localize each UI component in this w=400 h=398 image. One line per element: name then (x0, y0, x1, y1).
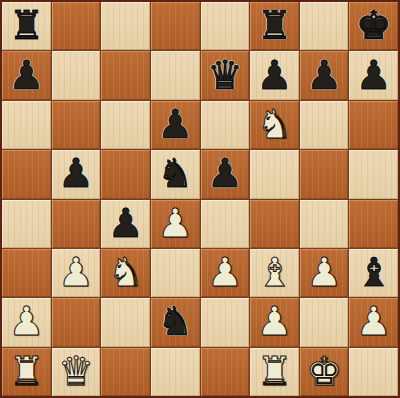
square-h5[interactable] (349, 150, 398, 198)
square-e5[interactable]: ♟ (201, 150, 250, 198)
square-e1[interactable] (201, 348, 250, 396)
square-f2[interactable]: ♟ (250, 298, 299, 346)
square-d7[interactable] (151, 51, 200, 99)
square-e7[interactable]: ♛ (201, 51, 250, 99)
piece-black-rook: ♜ (8, 5, 44, 45)
square-f1[interactable]: ♜ (250, 348, 299, 396)
square-c7[interactable] (101, 51, 150, 99)
square-b3[interactable]: ♟ (52, 249, 101, 297)
square-h6[interactable] (349, 101, 398, 149)
square-h8[interactable]: ♚ (349, 2, 398, 50)
square-f5[interactable] (250, 150, 299, 198)
piece-black-pawn: ♟ (257, 55, 293, 95)
square-c6[interactable] (101, 101, 150, 149)
square-c2[interactable] (101, 298, 150, 346)
square-h4[interactable] (349, 200, 398, 248)
square-g5[interactable] (300, 150, 349, 198)
square-d8[interactable] (151, 2, 200, 50)
piece-white-rook: ♜ (8, 351, 44, 391)
square-b8[interactable] (52, 2, 101, 50)
square-h2[interactable]: ♟ (349, 298, 398, 346)
piece-white-bishop: ♝ (257, 252, 293, 292)
piece-white-pawn: ♟ (207, 252, 243, 292)
square-b4[interactable] (52, 200, 101, 248)
square-g8[interactable] (300, 2, 349, 50)
square-e8[interactable] (201, 2, 250, 50)
piece-black-bishop: ♝ (356, 252, 392, 292)
square-d6[interactable]: ♟ (151, 101, 200, 149)
square-c4[interactable]: ♟ (101, 200, 150, 248)
square-d5[interactable]: ♞ (151, 150, 200, 198)
piece-white-knight: ♞ (257, 104, 293, 144)
chess-board: ♜♜♚♟♛♟♟♟♟♞♟♞♟♟♟♟♞♟♝♟♝♟♞♟♟♜♛♜♚ (2, 2, 398, 396)
piece-white-pawn: ♟ (306, 252, 342, 292)
piece-white-pawn: ♟ (157, 203, 193, 243)
square-a4[interactable] (2, 200, 51, 248)
piece-black-pawn: ♟ (207, 153, 243, 193)
piece-black-pawn: ♟ (306, 55, 342, 95)
square-a8[interactable]: ♜ (2, 2, 51, 50)
square-g2[interactable] (300, 298, 349, 346)
piece-black-knight: ♞ (157, 301, 193, 341)
piece-black-knight: ♞ (157, 153, 193, 193)
square-b2[interactable] (52, 298, 101, 346)
piece-white-rook: ♜ (257, 351, 293, 391)
square-f3[interactable]: ♝ (250, 249, 299, 297)
square-d3[interactable] (151, 249, 200, 297)
square-e4[interactable] (201, 200, 250, 248)
piece-black-rook: ♜ (257, 5, 293, 45)
square-e6[interactable] (201, 101, 250, 149)
piece-white-pawn: ♟ (257, 301, 293, 341)
square-f8[interactable]: ♜ (250, 2, 299, 50)
square-a2[interactable]: ♟ (2, 298, 51, 346)
piece-black-queen: ♛ (207, 55, 243, 95)
piece-black-pawn: ♟ (8, 55, 44, 95)
piece-white-queen: ♛ (58, 351, 94, 391)
square-f4[interactable] (250, 200, 299, 248)
square-f6[interactable]: ♞ (250, 101, 299, 149)
piece-black-pawn: ♟ (356, 55, 392, 95)
square-g4[interactable] (300, 200, 349, 248)
piece-black-pawn: ♟ (157, 104, 193, 144)
piece-white-pawn: ♟ (58, 252, 94, 292)
square-b5[interactable]: ♟ (52, 150, 101, 198)
piece-white-pawn: ♟ (8, 301, 44, 341)
square-g3[interactable]: ♟ (300, 249, 349, 297)
square-h1[interactable] (349, 348, 398, 396)
square-a5[interactable] (2, 150, 51, 198)
square-a1[interactable]: ♜ (2, 348, 51, 396)
square-b7[interactable] (52, 51, 101, 99)
piece-black-king: ♚ (356, 5, 392, 45)
square-d1[interactable] (151, 348, 200, 396)
square-g1[interactable]: ♚ (300, 348, 349, 396)
square-a6[interactable] (2, 101, 51, 149)
square-c8[interactable] (101, 2, 150, 50)
square-h3[interactable]: ♝ (349, 249, 398, 297)
square-g7[interactable]: ♟ (300, 51, 349, 99)
square-c3[interactable]: ♞ (101, 249, 150, 297)
piece-black-pawn: ♟ (58, 153, 94, 193)
square-b1[interactable]: ♛ (52, 348, 101, 396)
square-d4[interactable]: ♟ (151, 200, 200, 248)
square-d2[interactable]: ♞ (151, 298, 200, 346)
square-g6[interactable] (300, 101, 349, 149)
chess-board-frame: ♜♜♚♟♛♟♟♟♟♞♟♞♟♟♟♟♞♟♝♟♝♟♞♟♟♜♛♜♚ (0, 0, 400, 398)
square-b6[interactable] (52, 101, 101, 149)
square-c1[interactable] (101, 348, 150, 396)
square-h7[interactable]: ♟ (349, 51, 398, 99)
piece-black-pawn: ♟ (108, 203, 144, 243)
square-f7[interactable]: ♟ (250, 51, 299, 99)
piece-white-pawn: ♟ (356, 301, 392, 341)
piece-white-king: ♚ (306, 351, 342, 391)
piece-white-knight: ♞ (108, 252, 144, 292)
square-e2[interactable] (201, 298, 250, 346)
square-a3[interactable] (2, 249, 51, 297)
square-c5[interactable] (101, 150, 150, 198)
square-e3[interactable]: ♟ (201, 249, 250, 297)
square-a7[interactable]: ♟ (2, 51, 51, 99)
